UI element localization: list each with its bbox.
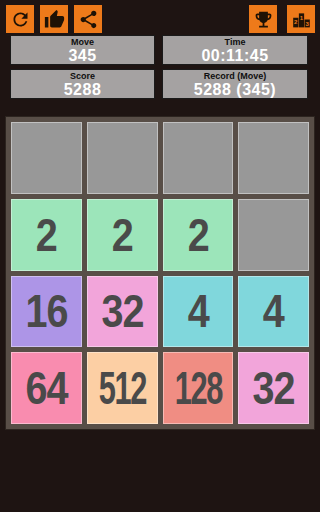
tile-value: 512 bbox=[98, 365, 145, 411]
like-button[interactable] bbox=[40, 5, 68, 33]
tile-64: 64 bbox=[11, 352, 82, 424]
time-panel: Time 00:11:45 bbox=[162, 35, 308, 65]
leaderboard-button[interactable]: 2 1 3 bbox=[287, 5, 315, 33]
tile-value: 4 bbox=[263, 288, 284, 334]
empty-cell bbox=[87, 122, 158, 194]
empty-cell bbox=[11, 122, 82, 194]
podium-icon: 2 1 3 bbox=[291, 9, 312, 30]
tile-value: 16 bbox=[25, 288, 67, 334]
time-value: 00:11:45 bbox=[163, 47, 307, 64]
tile-value: 32 bbox=[101, 288, 143, 334]
svg-text:1: 1 bbox=[299, 14, 303, 21]
tile-value: 2 bbox=[112, 212, 133, 258]
thumbs-up-icon bbox=[44, 9, 65, 30]
tile-value: 128 bbox=[174, 365, 221, 411]
score-label: Score bbox=[11, 71, 154, 81]
toolbar: 2 1 3 bbox=[0, 0, 320, 33]
move-panel: Move 345 bbox=[10, 35, 155, 65]
stats-panels: Move 345 Time 00:11:45 Score 5288 Record… bbox=[10, 35, 310, 99]
tile-4: 4 bbox=[163, 276, 234, 348]
tile-2: 2 bbox=[11, 199, 82, 271]
svg-text:3: 3 bbox=[305, 19, 309, 26]
empty-cell bbox=[238, 199, 309, 271]
time-label: Time bbox=[163, 37, 307, 47]
share-icon bbox=[78, 9, 99, 30]
tile-2: 2 bbox=[163, 199, 234, 271]
tile-16: 16 bbox=[11, 276, 82, 348]
tile-value: 2 bbox=[36, 212, 57, 258]
board[interactable]: 2221632446451212832 bbox=[5, 116, 315, 430]
record-label: Record (Move) bbox=[163, 71, 307, 81]
record-value: 5288 (345) bbox=[163, 81, 307, 98]
empty-cell bbox=[163, 122, 234, 194]
restart-button[interactable] bbox=[6, 5, 34, 33]
move-value: 345 bbox=[11, 47, 154, 64]
share-button[interactable] bbox=[74, 5, 102, 33]
tile-value: 2 bbox=[187, 212, 208, 258]
tile-4: 4 bbox=[238, 276, 309, 348]
svg-text:2: 2 bbox=[294, 18, 298, 25]
tile-512: 512 bbox=[87, 352, 158, 424]
record-panel: Record (Move) 5288 (345) bbox=[162, 69, 308, 99]
achievements-button[interactable] bbox=[249, 5, 277, 33]
move-label: Move bbox=[11, 37, 154, 47]
score-value: 5288 bbox=[11, 81, 154, 98]
tile-32: 32 bbox=[87, 276, 158, 348]
tile-value: 64 bbox=[25, 365, 67, 411]
tile-value: 32 bbox=[252, 365, 294, 411]
tile-value: 4 bbox=[187, 288, 208, 334]
tile-2: 2 bbox=[87, 199, 158, 271]
score-panel: Score 5288 bbox=[10, 69, 155, 99]
tile-32: 32 bbox=[238, 352, 309, 424]
refresh-icon bbox=[10, 9, 31, 30]
empty-cell bbox=[238, 122, 309, 194]
trophy-icon bbox=[253, 9, 274, 30]
tile-128: 128 bbox=[163, 352, 234, 424]
